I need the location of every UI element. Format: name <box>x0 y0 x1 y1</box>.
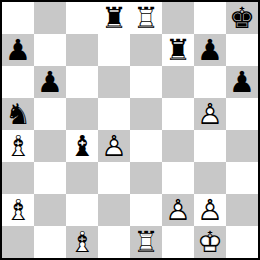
pawn-outline: ♙ <box>194 194 226 226</box>
chess-board: ♜♜♖♚♟♜♟♟♟♞♟♙♝♗♝♟♙♝♗♟♙♟♙♝♗♜♖♚♔ <box>0 0 260 260</box>
piece-white-pawn: ♟♙ <box>98 130 130 162</box>
square-e4[interactable] <box>130 130 162 162</box>
square-h7[interactable] <box>226 34 258 66</box>
square-f2[interactable]: ♟♙ <box>162 194 194 226</box>
piece-black-king: ♚ <box>226 2 258 34</box>
square-g3[interactable] <box>194 162 226 194</box>
square-a8[interactable] <box>2 2 34 34</box>
piece-white-pawn: ♟♙ <box>194 194 226 226</box>
piece-black-pawn: ♟ <box>226 66 258 98</box>
square-e3[interactable] <box>130 162 162 194</box>
square-e1[interactable]: ♜♖ <box>130 226 162 258</box>
square-c6[interactable] <box>66 66 98 98</box>
pawn-glyph: ♟ <box>2 34 34 66</box>
square-d8[interactable]: ♜ <box>98 2 130 34</box>
square-h2[interactable] <box>226 194 258 226</box>
piece-white-rook: ♜♖ <box>130 226 162 258</box>
square-h8[interactable]: ♚ <box>226 2 258 34</box>
square-f6[interactable] <box>162 66 194 98</box>
square-d5[interactable] <box>98 98 130 130</box>
piece-white-king: ♚♔ <box>194 226 226 258</box>
rook-outline: ♖ <box>130 2 162 34</box>
square-e6[interactable] <box>130 66 162 98</box>
bishop-glyph: ♝ <box>66 130 98 162</box>
pawn-outline: ♙ <box>162 194 194 226</box>
square-c2[interactable] <box>66 194 98 226</box>
piece-white-bishop: ♝♗ <box>2 194 34 226</box>
square-c3[interactable] <box>66 162 98 194</box>
square-d3[interactable] <box>98 162 130 194</box>
pawn-glyph: ♟ <box>34 66 66 98</box>
pawn-outline: ♙ <box>98 130 130 162</box>
square-h3[interactable] <box>226 162 258 194</box>
square-f8[interactable] <box>162 2 194 34</box>
rook-glyph: ♜ <box>98 2 130 34</box>
square-a2[interactable]: ♝♗ <box>2 194 34 226</box>
square-a7[interactable]: ♟ <box>2 34 34 66</box>
piece-white-rook: ♜♖ <box>130 2 162 34</box>
knight-glyph: ♞ <box>2 98 34 130</box>
square-b7[interactable] <box>34 34 66 66</box>
square-a3[interactable] <box>2 162 34 194</box>
square-c4[interactable]: ♝ <box>66 130 98 162</box>
square-h1[interactable] <box>226 226 258 258</box>
square-g6[interactable] <box>194 66 226 98</box>
piece-black-rook: ♜ <box>162 34 194 66</box>
piece-black-knight: ♞ <box>2 98 34 130</box>
square-a1[interactable] <box>2 226 34 258</box>
rook-outline: ♖ <box>130 226 162 258</box>
square-e8[interactable]: ♜♖ <box>130 2 162 34</box>
square-b4[interactable] <box>34 130 66 162</box>
square-b3[interactable] <box>34 162 66 194</box>
bishop-outline: ♗ <box>2 194 34 226</box>
square-c1[interactable]: ♝♗ <box>66 226 98 258</box>
square-a5[interactable]: ♞ <box>2 98 34 130</box>
bishop-outline: ♗ <box>2 130 34 162</box>
square-a6[interactable] <box>2 66 34 98</box>
square-b6[interactable]: ♟ <box>34 66 66 98</box>
square-h6[interactable]: ♟ <box>226 66 258 98</box>
piece-white-pawn: ♟♙ <box>162 194 194 226</box>
piece-black-pawn: ♟ <box>34 66 66 98</box>
square-b2[interactable] <box>34 194 66 226</box>
square-g1[interactable]: ♚♔ <box>194 226 226 258</box>
rook-glyph: ♜ <box>162 34 194 66</box>
square-a4[interactable]: ♝♗ <box>2 130 34 162</box>
square-g7[interactable]: ♟ <box>194 34 226 66</box>
king-outline: ♔ <box>194 226 226 258</box>
square-d4[interactable]: ♟♙ <box>98 130 130 162</box>
square-d7[interactable] <box>98 34 130 66</box>
square-g2[interactable]: ♟♙ <box>194 194 226 226</box>
square-c8[interactable] <box>66 2 98 34</box>
square-c5[interactable] <box>66 98 98 130</box>
square-f1[interactable] <box>162 226 194 258</box>
piece-white-pawn: ♟♙ <box>194 98 226 130</box>
square-g8[interactable] <box>194 2 226 34</box>
square-g4[interactable] <box>194 130 226 162</box>
king-glyph: ♚ <box>226 2 258 34</box>
square-d6[interactable] <box>98 66 130 98</box>
square-b5[interactable] <box>34 98 66 130</box>
piece-white-bishop: ♝♗ <box>66 226 98 258</box>
square-d1[interactable] <box>98 226 130 258</box>
piece-black-rook: ♜ <box>98 2 130 34</box>
piece-black-pawn: ♟ <box>194 34 226 66</box>
square-e7[interactable] <box>130 34 162 66</box>
square-h4[interactable] <box>226 130 258 162</box>
square-f3[interactable] <box>162 162 194 194</box>
square-h5[interactable] <box>226 98 258 130</box>
square-e5[interactable] <box>130 98 162 130</box>
piece-white-bishop: ♝♗ <box>2 130 34 162</box>
pawn-outline: ♙ <box>194 98 226 130</box>
square-d2[interactable] <box>98 194 130 226</box>
square-f7[interactable]: ♜ <box>162 34 194 66</box>
pawn-glyph: ♟ <box>226 66 258 98</box>
pawn-glyph: ♟ <box>194 34 226 66</box>
piece-black-bishop: ♝ <box>66 130 98 162</box>
piece-black-pawn: ♟ <box>2 34 34 66</box>
square-e2[interactable] <box>130 194 162 226</box>
square-g5[interactable]: ♟♙ <box>194 98 226 130</box>
board-grid: ♜♜♖♚♟♜♟♟♟♞♟♙♝♗♝♟♙♝♗♟♙♟♙♝♗♜♖♚♔ <box>0 0 260 260</box>
square-b1[interactable] <box>34 226 66 258</box>
square-f5[interactable] <box>162 98 194 130</box>
bishop-outline: ♗ <box>66 226 98 258</box>
square-b8[interactable] <box>34 2 66 34</box>
square-c7[interactable] <box>66 34 98 66</box>
square-f4[interactable] <box>162 130 194 162</box>
